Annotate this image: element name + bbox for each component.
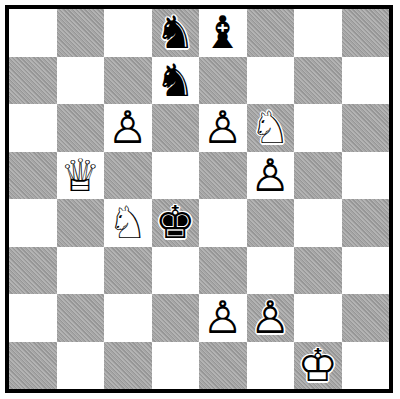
piece-glyph: ♙ xyxy=(247,152,295,200)
square-c4[interactable]: ♞♘ xyxy=(104,199,152,247)
white-king-g1: ♚♔ xyxy=(294,342,342,390)
piece-glyph: ♚ xyxy=(152,199,200,247)
square-d5[interactable] xyxy=(152,152,200,200)
square-c2[interactable] xyxy=(104,294,152,342)
square-f2[interactable]: ♟♙ xyxy=(247,294,295,342)
piece-glyph: ♞ xyxy=(152,9,200,57)
square-a8[interactable] xyxy=(9,9,57,57)
square-h4[interactable] xyxy=(342,199,390,247)
square-d8[interactable]: ♞♞ xyxy=(152,9,200,57)
square-f6[interactable]: ♞♘ xyxy=(247,104,295,152)
square-b6[interactable] xyxy=(57,104,105,152)
chessboard-frame: ♞♞♝♝♞♞♟♙♟♙♞♘♛♕♟♙♞♘♚♚♟♙♟♙♚♔ xyxy=(5,5,393,393)
square-a7[interactable] xyxy=(9,57,57,105)
square-e4[interactable] xyxy=(199,199,247,247)
square-c3[interactable] xyxy=(104,247,152,295)
black-knight-d7: ♞♞ xyxy=(152,57,200,105)
square-a2[interactable] xyxy=(9,294,57,342)
square-e8[interactable]: ♝♝ xyxy=(199,9,247,57)
square-d1[interactable] xyxy=(152,342,200,390)
piece-glyph: ♙ xyxy=(199,104,247,152)
black-king-d4: ♚♚ xyxy=(152,199,200,247)
square-g6[interactable] xyxy=(294,104,342,152)
square-d7[interactable]: ♞♞ xyxy=(152,57,200,105)
square-h3[interactable] xyxy=(342,247,390,295)
square-d6[interactable] xyxy=(152,104,200,152)
piece-glyph: ♘ xyxy=(104,199,152,247)
square-e3[interactable] xyxy=(199,247,247,295)
square-c6[interactable]: ♟♙ xyxy=(104,104,152,152)
white-pawn-e2: ♟♙ xyxy=(199,294,247,342)
piece-glyph: ♝ xyxy=(199,9,247,57)
piece-glyph: ♙ xyxy=(247,294,295,342)
square-b1[interactable] xyxy=(57,342,105,390)
square-c7[interactable] xyxy=(104,57,152,105)
piece-glyph: ♘ xyxy=(247,104,295,152)
square-f5[interactable]: ♟♙ xyxy=(247,152,295,200)
white-queen-b5: ♛♕ xyxy=(57,152,105,200)
square-a5[interactable] xyxy=(9,152,57,200)
square-h8[interactable] xyxy=(342,9,390,57)
square-g7[interactable] xyxy=(294,57,342,105)
square-b3[interactable] xyxy=(57,247,105,295)
square-d4[interactable]: ♚♚ xyxy=(152,199,200,247)
square-g5[interactable] xyxy=(294,152,342,200)
square-b4[interactable] xyxy=(57,199,105,247)
square-g8[interactable] xyxy=(294,9,342,57)
piece-glyph: ♔ xyxy=(294,342,342,390)
square-d2[interactable] xyxy=(152,294,200,342)
square-e7[interactable] xyxy=(199,57,247,105)
square-a3[interactable] xyxy=(9,247,57,295)
white-pawn-f5: ♟♙ xyxy=(247,152,295,200)
square-e5[interactable] xyxy=(199,152,247,200)
square-e6[interactable]: ♟♙ xyxy=(199,104,247,152)
white-pawn-c6: ♟♙ xyxy=(104,104,152,152)
white-knight-f6: ♞♘ xyxy=(247,104,295,152)
square-f7[interactable] xyxy=(247,57,295,105)
black-knight-d8: ♞♞ xyxy=(152,9,200,57)
white-pawn-f2: ♟♙ xyxy=(247,294,295,342)
white-pawn-e6: ♟♙ xyxy=(199,104,247,152)
square-c1[interactable] xyxy=(104,342,152,390)
square-f4[interactable] xyxy=(247,199,295,247)
square-g2[interactable] xyxy=(294,294,342,342)
square-e2[interactable]: ♟♙ xyxy=(199,294,247,342)
square-h1[interactable] xyxy=(342,342,390,390)
chessboard: ♞♞♝♝♞♞♟♙♟♙♞♘♛♕♟♙♞♘♚♚♟♙♟♙♚♔ xyxy=(9,9,389,389)
square-h6[interactable] xyxy=(342,104,390,152)
square-b5[interactable]: ♛♕ xyxy=(57,152,105,200)
piece-glyph: ♞ xyxy=(152,57,200,105)
square-f3[interactable] xyxy=(247,247,295,295)
white-knight-c4: ♞♘ xyxy=(104,199,152,247)
square-a6[interactable] xyxy=(9,104,57,152)
square-f8[interactable] xyxy=(247,9,295,57)
square-h5[interactable] xyxy=(342,152,390,200)
piece-glyph: ♙ xyxy=(104,104,152,152)
square-c5[interactable] xyxy=(104,152,152,200)
square-f1[interactable] xyxy=(247,342,295,390)
square-b8[interactable] xyxy=(57,9,105,57)
square-b2[interactable] xyxy=(57,294,105,342)
square-h7[interactable] xyxy=(342,57,390,105)
square-h2[interactable] xyxy=(342,294,390,342)
piece-glyph: ♙ xyxy=(199,294,247,342)
square-a1[interactable] xyxy=(9,342,57,390)
square-b7[interactable] xyxy=(57,57,105,105)
square-g4[interactable] xyxy=(294,199,342,247)
piece-glyph: ♕ xyxy=(57,152,105,200)
square-g1[interactable]: ♚♔ xyxy=(294,342,342,390)
square-a4[interactable] xyxy=(9,199,57,247)
square-c8[interactable] xyxy=(104,9,152,57)
square-d3[interactable] xyxy=(152,247,200,295)
square-e1[interactable] xyxy=(199,342,247,390)
black-bishop-e8: ♝♝ xyxy=(199,9,247,57)
chess-diagram-page: ♞♞♝♝♞♞♟♙♟♙♞♘♛♕♟♙♞♘♚♚♟♙♟♙♚♔ xyxy=(0,0,400,399)
square-g3[interactable] xyxy=(294,247,342,295)
